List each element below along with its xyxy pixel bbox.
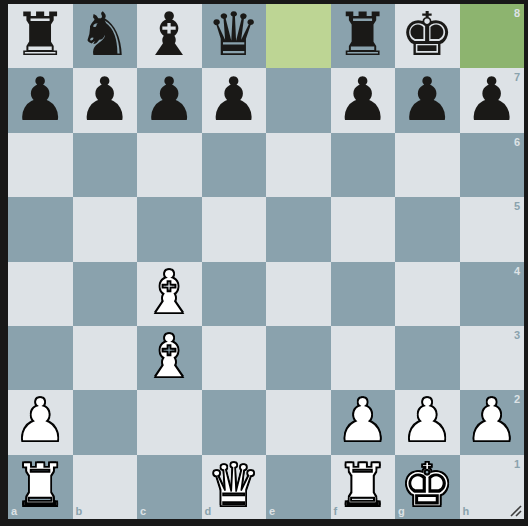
square-c8[interactable]: ♝ — [137, 4, 202, 68]
square-g4[interactable] — [395, 262, 460, 326]
black-queen[interactable]: ♛ — [207, 4, 261, 64]
square-b5[interactable] — [73, 197, 138, 261]
square-e7[interactable] — [266, 68, 331, 132]
rank-label-7: 7 — [514, 72, 520, 83]
rank-label-6: 6 — [514, 137, 520, 148]
rank-label-3: 3 — [514, 330, 520, 341]
square-b1[interactable]: b — [73, 455, 138, 519]
square-f7[interactable]: ♟ — [331, 68, 396, 132]
square-e8[interactable] — [266, 4, 331, 68]
black-pawn[interactable]: ♟ — [78, 69, 132, 129]
square-h5[interactable]: 5 — [460, 197, 525, 261]
rank-label-1: 1 — [514, 459, 520, 470]
square-h3[interactable]: 3 — [460, 326, 525, 390]
square-e2[interactable] — [266, 390, 331, 454]
square-d6[interactable] — [202, 133, 267, 197]
square-h7[interactable]: ♟7 — [460, 68, 525, 132]
black-pawn[interactable]: ♟ — [207, 69, 261, 129]
square-h4[interactable]: 4 — [460, 262, 525, 326]
square-f5[interactable] — [331, 197, 396, 261]
square-f1[interactable]: ♜f — [331, 455, 396, 519]
black-pawn[interactable]: ♟ — [465, 69, 519, 129]
file-label-d: d — [205, 506, 212, 517]
square-f8[interactable]: ♜ — [331, 4, 396, 68]
resize-handle-icon[interactable] — [509, 504, 523, 518]
square-h6[interactable]: 6 — [460, 133, 525, 197]
square-b4[interactable] — [73, 262, 138, 326]
square-a5[interactable] — [8, 197, 73, 261]
file-label-h: h — [463, 506, 470, 517]
chess-board: ♜♞♝♛♜♚8♟♟♟♟♟♟♟765♝4♝3♟♟♟♟2♜abc♛de♜f♚g1h — [8, 4, 524, 519]
square-g5[interactable] — [395, 197, 460, 261]
rank-label-8: 8 — [514, 8, 520, 19]
square-g8[interactable]: ♚ — [395, 4, 460, 68]
black-rook[interactable]: ♜ — [13, 4, 67, 64]
square-a8[interactable]: ♜ — [8, 4, 73, 68]
file-label-f: f — [334, 506, 338, 517]
rank-label-4: 4 — [514, 266, 520, 277]
white-bishop[interactable]: ♝ — [142, 262, 196, 322]
white-rook[interactable]: ♜ — [336, 455, 390, 515]
square-d3[interactable] — [202, 326, 267, 390]
square-e3[interactable] — [266, 326, 331, 390]
white-pawn[interactable]: ♟ — [13, 390, 67, 450]
square-c5[interactable] — [137, 197, 202, 261]
square-f2[interactable]: ♟ — [331, 390, 396, 454]
square-d8[interactable]: ♛ — [202, 4, 267, 68]
square-e5[interactable] — [266, 197, 331, 261]
square-c3[interactable]: ♝ — [137, 326, 202, 390]
square-h2[interactable]: ♟2 — [460, 390, 525, 454]
black-pawn[interactable]: ♟ — [400, 69, 454, 129]
square-d4[interactable] — [202, 262, 267, 326]
black-pawn[interactable]: ♟ — [336, 69, 390, 129]
black-pawn[interactable]: ♟ — [142, 69, 196, 129]
rank-label-2: 2 — [514, 394, 520, 405]
square-h8[interactable]: 8 — [460, 4, 525, 68]
file-label-g: g — [398, 506, 405, 517]
square-c1[interactable]: c — [137, 455, 202, 519]
square-d7[interactable]: ♟ — [202, 68, 267, 132]
square-b2[interactable] — [73, 390, 138, 454]
square-d5[interactable] — [202, 197, 267, 261]
square-a3[interactable] — [8, 326, 73, 390]
black-rook[interactable]: ♜ — [336, 4, 390, 64]
square-b3[interactable] — [73, 326, 138, 390]
square-a2[interactable]: ♟ — [8, 390, 73, 454]
square-g3[interactable] — [395, 326, 460, 390]
square-c2[interactable] — [137, 390, 202, 454]
square-a7[interactable]: ♟ — [8, 68, 73, 132]
square-b7[interactable]: ♟ — [73, 68, 138, 132]
white-pawn[interactable]: ♟ — [400, 390, 454, 450]
square-g7[interactable]: ♟ — [395, 68, 460, 132]
square-e6[interactable] — [266, 133, 331, 197]
white-bishop[interactable]: ♝ — [142, 326, 196, 386]
white-king[interactable]: ♚ — [400, 455, 454, 515]
black-pawn[interactable]: ♟ — [13, 69, 67, 129]
rank-label-5: 5 — [514, 201, 520, 212]
black-king[interactable]: ♚ — [400, 4, 454, 64]
chess-board-frame: ♜♞♝♛♜♚8♟♟♟♟♟♟♟765♝4♝3♟♟♟♟2♜abc♛de♜f♚g1h — [0, 0, 528, 526]
black-bishop[interactable]: ♝ — [142, 4, 196, 64]
square-c7[interactable]: ♟ — [137, 68, 202, 132]
black-knight[interactable]: ♞ — [78, 4, 132, 64]
square-e1[interactable]: e — [266, 455, 331, 519]
square-f6[interactable] — [331, 133, 396, 197]
square-h1[interactable]: 1h — [460, 455, 525, 519]
square-b8[interactable]: ♞ — [73, 4, 138, 68]
square-g6[interactable] — [395, 133, 460, 197]
square-c6[interactable] — [137, 133, 202, 197]
square-d1[interactable]: ♛d — [202, 455, 267, 519]
white-rook[interactable]: ♜ — [13, 455, 67, 515]
square-a1[interactable]: ♜a — [8, 455, 73, 519]
file-label-e: e — [269, 506, 275, 517]
white-pawn[interactable]: ♟ — [336, 390, 390, 450]
square-g1[interactable]: ♚g — [395, 455, 460, 519]
square-f4[interactable] — [331, 262, 396, 326]
square-b6[interactable] — [73, 133, 138, 197]
white-pawn[interactable]: ♟ — [465, 390, 519, 450]
file-label-a: a — [11, 506, 17, 517]
square-a6[interactable] — [8, 133, 73, 197]
square-d2[interactable] — [202, 390, 267, 454]
square-f3[interactable] — [331, 326, 396, 390]
square-a4[interactable] — [8, 262, 73, 326]
white-queen[interactable]: ♛ — [207, 455, 261, 515]
square-c4[interactable]: ♝ — [137, 262, 202, 326]
square-e4[interactable] — [266, 262, 331, 326]
file-label-b: b — [76, 506, 83, 517]
square-g2[interactable]: ♟ — [395, 390, 460, 454]
file-label-c: c — [140, 506, 146, 517]
